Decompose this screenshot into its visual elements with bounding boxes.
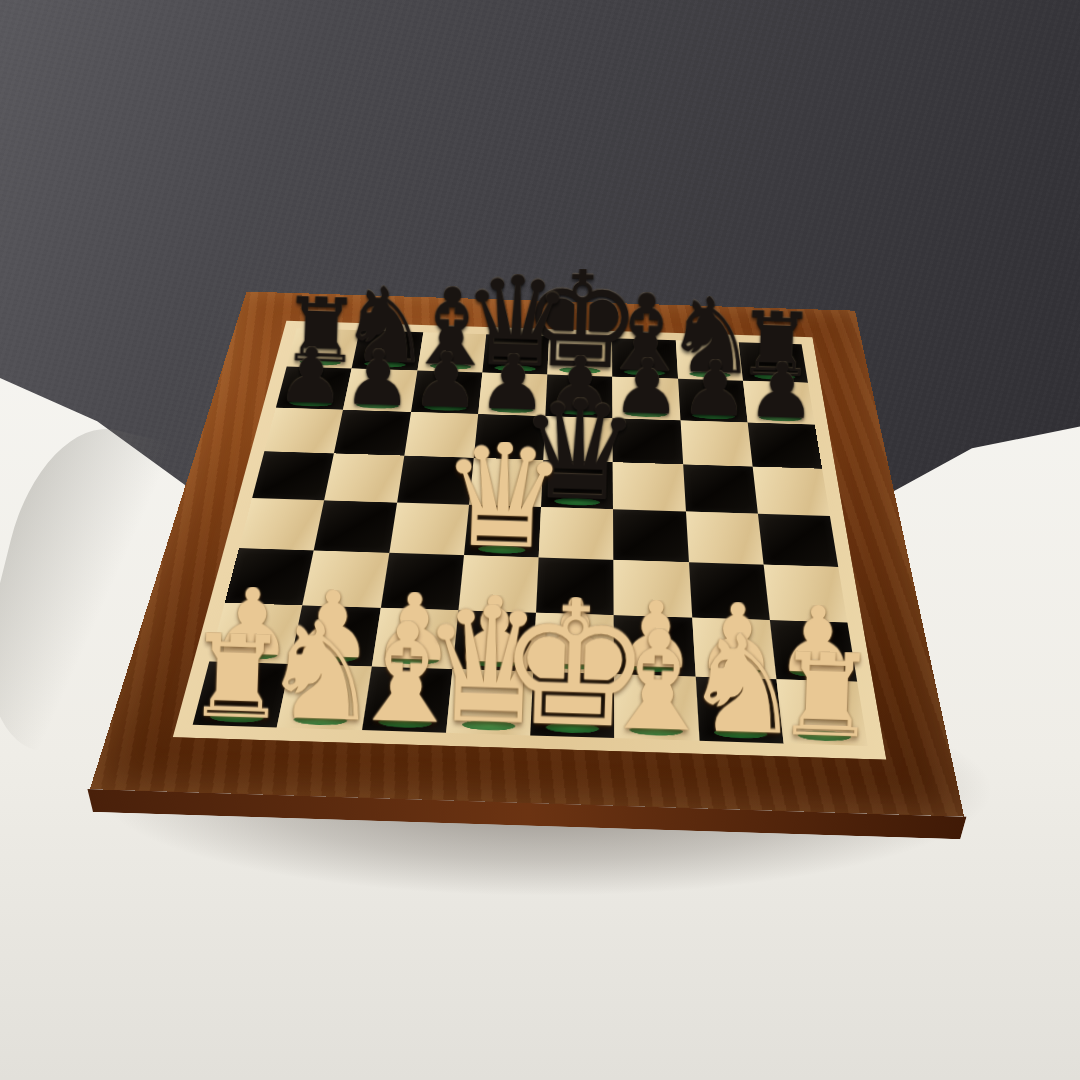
square-b1[interactable]: ♞	[277, 664, 371, 730]
square-a7[interactable]: ♟	[276, 367, 352, 410]
square-h7[interactable]: ♟	[743, 381, 815, 424]
piece-black-pawn-b7[interactable]: ♟	[343, 347, 413, 409]
piece-black-pawn-a7[interactable]: ♟	[276, 345, 346, 407]
square-g7[interactable]: ♟	[678, 379, 748, 422]
square-d4[interactable]: ♛	[464, 505, 541, 558]
square-f4[interactable]	[613, 509, 688, 562]
square-b4[interactable]	[314, 500, 397, 553]
square-h4[interactable]	[758, 514, 839, 567]
square-c7[interactable]: ♟	[411, 371, 482, 414]
square-g4[interactable]	[685, 512, 763, 565]
square-a6[interactable]	[264, 407, 343, 453]
piece-white-knight-g1[interactable]: ♞	[680, 630, 804, 739]
board-perspective: ♜♞♝♛♚♝♞♜♟♟♟♟♟♟♟♟♛♛♟♟♟♟♟♟♟♟♜♞♝♛♚♝♞♜	[0, 0, 1080, 1080]
board-tilt: ♜♞♝♛♚♝♞♜♟♟♟♟♟♟♟♟♛♛♟♟♟♟♟♟♟♟♜♞♝♛♚♝♞♜	[0, 0, 1080, 1080]
piece-white-king-e1[interactable]: ♚	[495, 595, 654, 734]
square-a4[interactable]	[239, 498, 324, 551]
piece-black-pawn-c7[interactable]: ♟	[411, 349, 481, 411]
piece-black-pawn-h7[interactable]: ♟	[747, 360, 817, 422]
piece-white-queen-d4[interactable]: ♛	[437, 440, 568, 555]
board-side-edge	[87, 789, 966, 839]
square-g6[interactable]	[680, 420, 752, 466]
chess-board: ♜♞♝♛♚♝♞♜♟♟♟♟♟♟♟♟♛♛♟♟♟♟♟♟♟♟♜♞♝♛♚♝♞♜	[90, 292, 964, 817]
piece-white-knight-b1[interactable]: ♞	[260, 617, 384, 726]
piece-black-pawn-g7[interactable]: ♟	[679, 358, 749, 420]
square-h6[interactable]	[747, 422, 822, 468]
square-g1[interactable]: ♞	[695, 676, 783, 743]
square-b7[interactable]: ♟	[343, 369, 417, 412]
board-squares: ♜♞♝♛♚♝♞♜♟♟♟♟♟♟♟♟♛♛♟♟♟♟♟♟♟♟♜♞♝♛♚♝♞♜	[193, 328, 868, 746]
square-b6[interactable]	[334, 410, 410, 456]
square-e1[interactable]: ♚	[530, 671, 614, 738]
scene: ♜♞♝♛♚♝♞♜♟♟♟♟♟♟♟♟♛♛♟♟♟♟♟♟♟♟♜♞♝♛♚♝♞♜	[0, 0, 1080, 1080]
